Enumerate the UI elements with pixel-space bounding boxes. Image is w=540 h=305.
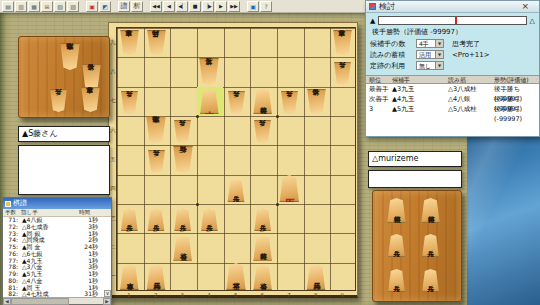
shogi-piece-歩兵[interactable]: 歩兵 (387, 269, 406, 292)
rank-label: 六 (110, 127, 116, 134)
shogi-piece-銀将[interactable]: 銀将 (386, 198, 407, 223)
back-button[interactable]: ◀▏ (176, 1, 188, 12)
first-move-button[interactable]: ◀◀ (150, 1, 162, 12)
hoshi-dot (196, 203, 199, 206)
kifu-col-moveno: 手数 (3, 209, 21, 216)
candidate-move-row[interactable]: 3▲5九玉△5八成桂後手勝ち(-99997) (366, 104, 539, 114)
kifu-title-bar[interactable]: 棋譜 (3, 198, 111, 209)
analysis-candidate-rows[interactable]: 最善手▲3九玉△3八成桂後手勝ち(-99997)次善手▲4九玉△4八銀後手勝ち(… (366, 84, 539, 114)
last-move-button[interactable]: ▶▶ (228, 1, 240, 12)
analysis-table-header: 順位 候補手 読み筋 形勢(評価値) (366, 75, 539, 84)
analysis-control-row: 読みの蓄積活用<Pro+11> (370, 49, 535, 60)
help-button[interactable]: ? (260, 1, 272, 12)
kifu-col-time: 時間 (79, 209, 99, 216)
sente-info-box (18, 145, 110, 195)
analysis-button[interactable]: 析 (131, 1, 143, 12)
file-label: 2 (143, 292, 169, 298)
shogi-piece-歩兵[interactable]: 歩兵 (421, 234, 440, 257)
file-label: 5 (223, 292, 249, 298)
rank-label: 七 (110, 97, 116, 104)
hoshi-dot (276, 115, 279, 118)
rank-label: 九 (110, 39, 116, 46)
copy-button[interactable]: ⊞ (41, 1, 53, 12)
file-label: 8 (303, 292, 329, 298)
board-edit-button[interactable]: ▣ (86, 1, 98, 12)
sente-captured-stand[interactable]: 飛車金将歩兵香車 (18, 36, 110, 118)
kifu-col-move: 指し手 (21, 209, 79, 216)
analysis-window: 検討 × ▲ △ 後手勝勢（評価値 -99997） 候補手の数4手思考完了読みの… (365, 0, 540, 137)
shogi-piece-飛車[interactable]: 飛車 (59, 43, 81, 70)
hoshi-dot (276, 203, 279, 206)
kifu-scroll-left-button[interactable]: ◀ (3, 298, 11, 305)
analysis-control-row: 候補手の数4手思考完了 (370, 38, 535, 49)
candidate-move-row[interactable]: 最善手▲3九玉△3八成桂後手勝ち(-99997) (366, 84, 539, 94)
control-label: 定跡の利用 (370, 61, 416, 71)
shogi-piece-歩兵[interactable]: 歩兵 (387, 234, 406, 257)
file-label: 4 (196, 292, 222, 298)
kifu-horizontal-scrollbar[interactable]: ◀ ▶ (3, 297, 111, 304)
gote-name-label: △murizeme (372, 154, 418, 163)
kifu-header-row: 手数 指し手 時間 (3, 209, 111, 217)
shogi-piece-金将[interactable]: 金将 (81, 64, 102, 89)
forward-button[interactable]: ▕▶ (202, 1, 214, 12)
stop-button[interactable]: ■ (189, 1, 201, 12)
kifu-title-label: 棋譜 (13, 198, 27, 209)
shogi-board[interactable]: 九八七六五四三二一123456789 香車桂馬王将金将桂馬金将銀将歩兵歩兵歩兵歩… (108, 22, 358, 298)
kifu-scroll-right-button[interactable]: ▶ (103, 298, 111, 305)
flip-board-button[interactable]: ◩ (99, 1, 111, 12)
rank-label: 四 (110, 185, 116, 192)
save-file-button[interactable]: ▦ (28, 1, 40, 12)
evaluation-status-text: 後手勝勢（評価値 -99997） (372, 27, 535, 37)
shogi-piece-銀将[interactable]: 銀将 (420, 198, 441, 223)
new-file-button[interactable]: ▤ (2, 1, 14, 12)
gote-info-box (368, 170, 462, 188)
back10-button[interactable]: ◀ (163, 1, 175, 12)
paste-button[interactable]: ▧ (54, 1, 66, 12)
shogi-piece-香車[interactable]: 香車 (80, 87, 101, 112)
kifu-window: 棋譜 手数 指し手 時間 71:▲4八銀1秒72:△8七成香3秒73:▲同 銀1… (2, 197, 112, 305)
file-label: 1 (116, 292, 142, 298)
kifu-move-list[interactable]: 71:▲4八銀1秒72:△8七成香3秒73:▲同 銀1秒74:△同飛成2秒75:… (3, 217, 111, 298)
control-label: 候補手の数 (370, 39, 416, 49)
close-icon[interactable]: × (521, 1, 529, 11)
dropdown-候補手の数[interactable]: 4手 (416, 39, 444, 48)
gote-captured-stand[interactable]: 銀将銀将歩兵歩兵歩兵歩兵 (372, 190, 462, 302)
print-button[interactable]: ▨ (67, 1, 79, 12)
sente-triangle-icon: ▲ (370, 17, 375, 25)
analysis-window-icon (369, 3, 376, 10)
dropdown-読みの蓄積[interactable]: 活用 (416, 50, 444, 59)
evaluation-bar (378, 16, 526, 25)
engine-status-text: 思考完了 (452, 39, 480, 49)
analysis-control-row: 定跡の利用無し (370, 60, 535, 71)
open-file-button[interactable]: ▥ (15, 1, 27, 12)
analysis-title-label: 検討 (379, 1, 395, 12)
file-label: 7 (276, 292, 302, 298)
kifu-scroll-thumb[interactable] (11, 298, 69, 305)
engine-status-text: <Pro+11> (452, 51, 490, 59)
candidate-move-row[interactable]: 次善手▲4九玉△4八銀後手勝ち(-99997) (366, 94, 539, 104)
dropdown-定跡の利用[interactable]: 無し (416, 61, 444, 70)
sente-name-label: ▲S藤さん (22, 129, 58, 138)
gote-triangle-icon: △ (530, 17, 535, 25)
file-label: 6 (249, 292, 275, 298)
rank-label: 五 (110, 156, 116, 163)
kifu-window-button[interactable]: 譜 (118, 1, 130, 12)
analysis-title-bar[interactable]: 検討 × (366, 1, 539, 13)
forward10-button[interactable]: ▶ (215, 1, 227, 12)
file-label: 9 (329, 292, 355, 298)
shogi-piece-歩兵[interactable]: 歩兵 (421, 269, 440, 292)
kifu-scroll-down-button[interactable]: ∨ (104, 290, 111, 297)
kifu-window-icon (5, 201, 11, 207)
file-label: 3 (169, 292, 195, 298)
shogi-piece-歩兵[interactable]: 歩兵 (49, 89, 68, 112)
analysis-settings-panel: ▲ △ 後手勝勢（評価値 -99997） 候補手の数4手思考完了読みの蓄積活用<… (366, 13, 539, 75)
gote-name-box: △murizeme (368, 151, 462, 167)
rank-label: 八 (110, 68, 116, 75)
sente-name-box: ▲S藤さん (18, 126, 110, 142)
engine-monitor-button[interactable]: ▣ (247, 1, 259, 12)
evaluation-marker (455, 17, 457, 24)
control-label: 読みの蓄積 (370, 50, 416, 60)
app-root: ▤▥▦⊞▧▨▣◩譜析◀◀◀◀▏■▕▶▶▶▶▣? 九八七六五四三二一1234567… (0, 0, 540, 305)
